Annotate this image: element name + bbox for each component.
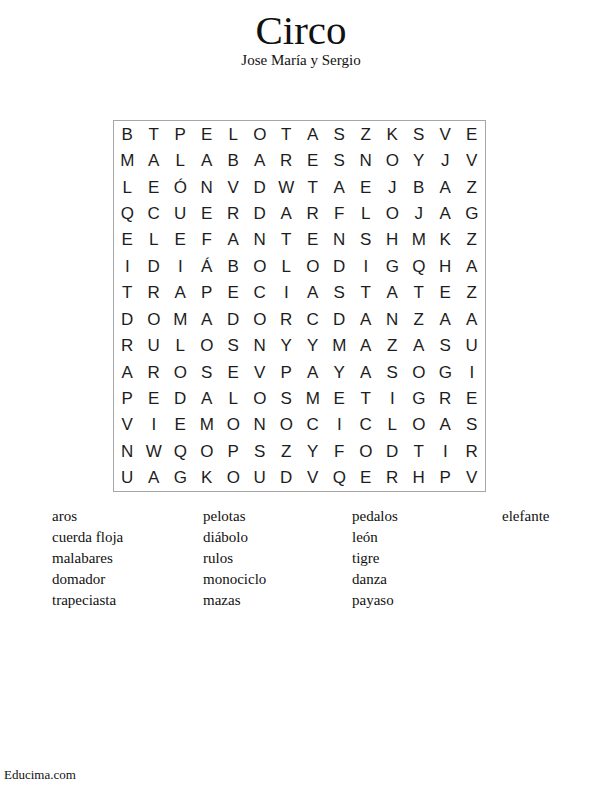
grid-cell[interactable]: O (167, 359, 194, 385)
grid-cell[interactable]: E (114, 227, 141, 253)
grid-cell[interactable]: O (406, 412, 433, 438)
grid-cell[interactable]: L (379, 412, 406, 438)
grid-cell[interactable]: L (141, 227, 168, 253)
grid-cell[interactable]: O (379, 200, 406, 226)
grid-cell[interactable]: S (326, 121, 353, 147)
grid-cell[interactable]: O (247, 121, 274, 147)
grid-cell[interactable]: B (220, 147, 247, 173)
grid-cell[interactable]: W (273, 174, 300, 200)
grid-cell[interactable]: E (459, 385, 486, 411)
grid-cell[interactable]: F (326, 200, 353, 226)
grid-cell[interactable]: A (194, 306, 221, 332)
grid-cell[interactable]: I (167, 253, 194, 279)
grid-cell[interactable]: O (353, 438, 380, 464)
grid-cell[interactable]: E (300, 147, 327, 173)
grid-cell[interactable]: G (406, 385, 433, 411)
grid-cell[interactable]: E (194, 200, 221, 226)
grid-cell[interactable]: R (220, 200, 247, 226)
grid-cell[interactable]: N (379, 306, 406, 332)
grid-cell[interactable]: D (273, 465, 300, 491)
grid-cell[interactable]: Ó (167, 174, 194, 200)
grid-cell[interactable]: A (167, 280, 194, 306)
grid-cell[interactable]: Z (459, 227, 486, 253)
grid-cell[interactable]: E (353, 174, 380, 200)
grid-cell[interactable]: Z (353, 121, 380, 147)
grid-cell[interactable]: D (247, 174, 274, 200)
grid-cell[interactable]: S (406, 121, 433, 147)
grid-cell[interactable]: N (247, 412, 274, 438)
grid-cell[interactable]: A (432, 306, 459, 332)
wordsearch-grid: BTPELOTASZKSVEMALABARESNOYJVLEÓNVDWTAEJB… (113, 120, 486, 492)
grid-cell[interactable]: M (114, 147, 141, 173)
grid-cell[interactable]: E (167, 412, 194, 438)
grid-cell[interactable]: P (432, 465, 459, 491)
grid-cell[interactable]: O (247, 306, 274, 332)
grid-cell[interactable]: K (432, 227, 459, 253)
grid-cell[interactable]: T (406, 438, 433, 464)
grid-cell[interactable]: C (141, 200, 168, 226)
grid-cell[interactable]: Q (167, 438, 194, 464)
word-list-item: domador (52, 569, 123, 590)
page-subtitle: Jose María y Sergio (0, 52, 602, 69)
grid-cell[interactable]: Á (194, 253, 221, 279)
grid-cell[interactable]: Q (326, 465, 353, 491)
grid-cell[interactable]: R (300, 200, 327, 226)
grid-cell[interactable]: Y (300, 438, 327, 464)
grid-cell[interactable]: I (432, 438, 459, 464)
grid-cell[interactable]: A (300, 121, 327, 147)
grid-cell[interactable]: Y (326, 359, 353, 385)
grid-cell[interactable]: B (220, 253, 247, 279)
grid-cell[interactable]: I (326, 412, 353, 438)
grid-cell[interactable]: O (141, 306, 168, 332)
grid-cell[interactable]: S (273, 385, 300, 411)
grid-cell[interactable]: H (406, 465, 433, 491)
grid-cell[interactable]: L (273, 253, 300, 279)
grid-cell[interactable]: P (167, 121, 194, 147)
word-list-column: pedalosleóntigredanzapayaso (352, 506, 398, 611)
grid-cell[interactable]: E (326, 385, 353, 411)
grid-cell[interactable]: A (114, 359, 141, 385)
grid-cell[interactable]: A (406, 332, 433, 358)
grid-cell[interactable]: T (273, 121, 300, 147)
grid-cell[interactable]: E (353, 465, 380, 491)
grid-cell[interactable]: D (379, 438, 406, 464)
grid-cell[interactable]: T (353, 385, 380, 411)
grid-cell[interactable]: A (459, 306, 486, 332)
grid-cell[interactable]: V (247, 359, 274, 385)
grid-cell[interactable]: A (432, 412, 459, 438)
grid-cell[interactable]: V (300, 465, 327, 491)
word-list-item: elefante (502, 506, 549, 527)
grid-cell[interactable]: E (167, 227, 194, 253)
word-list-item: diábolo (203, 527, 266, 548)
grid-cell[interactable]: U (167, 200, 194, 226)
grid-cell[interactable]: T (406, 280, 433, 306)
grid-cell[interactable]: F (194, 227, 221, 253)
grid-cell[interactable]: S (326, 147, 353, 173)
grid-cell[interactable]: P (220, 438, 247, 464)
grid-cell[interactable]: A (273, 200, 300, 226)
grid-cell[interactable]: D (326, 306, 353, 332)
grid-cell[interactable]: S (432, 332, 459, 358)
word-list-item: aros (52, 506, 123, 527)
grid-cell[interactable]: A (353, 306, 380, 332)
grid-cell[interactable]: O (300, 253, 327, 279)
grid-cell[interactable]: E (194, 121, 221, 147)
grid-cell[interactable]: O (247, 385, 274, 411)
grid-cell[interactable]: U (141, 332, 168, 358)
grid-cell[interactable]: C (300, 412, 327, 438)
grid-cell[interactable]: S (379, 359, 406, 385)
grid-cell[interactable]: O (379, 147, 406, 173)
grid-cell[interactable]: D (167, 385, 194, 411)
grid-cell[interactable]: D (141, 253, 168, 279)
word-list-item: malabares (52, 548, 123, 569)
grid-cell[interactable]: R (459, 438, 486, 464)
word-list-item: pelotas (203, 506, 266, 527)
grid-cell[interactable]: F (326, 438, 353, 464)
grid-cell[interactable]: T (141, 121, 168, 147)
grid-cell[interactable]: Z (379, 332, 406, 358)
grid-cell[interactable]: K (379, 121, 406, 147)
grid-cell[interactable]: M (300, 385, 327, 411)
grid-cell[interactable]: E (432, 280, 459, 306)
grid-cell[interactable]: K (194, 465, 221, 491)
grid-cell[interactable]: G (459, 200, 486, 226)
grid-cell[interactable]: S (353, 227, 380, 253)
word-list-item: payaso (352, 590, 398, 611)
grid-cell[interactable]: A (300, 280, 327, 306)
grid-cell[interactable]: C (300, 306, 327, 332)
word-list-item: danza (352, 569, 398, 590)
grid-cell[interactable]: R (114, 332, 141, 358)
grid-cell[interactable]: N (247, 332, 274, 358)
grid-cell[interactable]: S (220, 332, 247, 358)
grid-cell[interactable]: E (141, 174, 168, 200)
grid-cell[interactable]: H (379, 227, 406, 253)
grid-cell[interactable]: L (220, 121, 247, 147)
grid-cell[interactable]: I (459, 359, 486, 385)
grid-cell[interactable]: N (353, 147, 380, 173)
word-list-item: león (352, 527, 398, 548)
grid-cell[interactable]: I (379, 385, 406, 411)
grid-cell[interactable]: T (353, 280, 380, 306)
grid-cell[interactable]: R (141, 359, 168, 385)
grid-cell[interactable]: Z (406, 306, 433, 332)
grid-cell[interactable]: W (141, 438, 168, 464)
grid-cell[interactable]: A (432, 174, 459, 200)
grid-cell[interactable]: Y (406, 147, 433, 173)
grid-cell[interactable]: E (459, 121, 486, 147)
grid-cell[interactable]: D (220, 306, 247, 332)
grid-cell[interactable]: D (114, 306, 141, 332)
grid-cell[interactable]: P (194, 280, 221, 306)
grid-cell[interactable]: O (220, 465, 247, 491)
grid-cell[interactable]: Y (300, 332, 327, 358)
word-list-item: mazas (203, 590, 266, 611)
grid-cell[interactable]: Z (459, 174, 486, 200)
grid-cell[interactable]: O (406, 359, 433, 385)
grid-cell[interactable]: E (141, 385, 168, 411)
grid-cell[interactable]: A (432, 200, 459, 226)
grid-cell[interactable]: A (353, 332, 380, 358)
grid-cell[interactable]: V (220, 174, 247, 200)
word-list-column: aroscuerda flojamalabaresdomadortrapecia… (52, 506, 123, 611)
grid-cell[interactable]: N (194, 174, 221, 200)
grid-cell[interactable]: L (220, 385, 247, 411)
grid-cell[interactable]: A (459, 253, 486, 279)
grid-cell[interactable]: M (406, 227, 433, 253)
grid-cell[interactable]: T (273, 227, 300, 253)
grid-cell[interactable]: L (167, 332, 194, 358)
grid-cell[interactable]: S (326, 280, 353, 306)
grid-cell[interactable]: B (114, 121, 141, 147)
grid-cell[interactable]: L (353, 200, 380, 226)
grid-cell[interactable]: O (273, 412, 300, 438)
page-title: Circo (0, 6, 602, 54)
word-list-item: monociclo (203, 569, 266, 590)
grid-cell[interactable]: R (432, 385, 459, 411)
grid-cell[interactable]: V (459, 147, 486, 173)
word-list-item: pedalos (352, 506, 398, 527)
grid-cell[interactable]: T (114, 280, 141, 306)
grid-cell[interactable]: S (194, 359, 221, 385)
grid-cell[interactable]: E (300, 227, 327, 253)
grid-cell[interactable]: G (379, 253, 406, 279)
grid-cell[interactable]: A (141, 465, 168, 491)
grid-cell[interactable]: A (194, 147, 221, 173)
grid-cell[interactable]: P (273, 359, 300, 385)
grid-cell[interactable]: J (379, 174, 406, 200)
grid-cell[interactable]: R (273, 147, 300, 173)
grid-cell[interactable]: A (300, 359, 327, 385)
grid-cell[interactable]: B (406, 174, 433, 200)
word-list-item: cuerda floja (52, 527, 123, 548)
word-list-column: elefante (502, 506, 549, 527)
grid-cell[interactable]: M (194, 412, 221, 438)
grid-cell[interactable]: E (220, 359, 247, 385)
word-list: aroscuerda flojamalabaresdomadortrapecia… (0, 506, 602, 616)
grid-cell[interactable]: A (379, 280, 406, 306)
grid-cell[interactable]: A (247, 147, 274, 173)
grid-cell[interactable]: R (141, 280, 168, 306)
word-list-item: tigre (352, 548, 398, 569)
grid-cell[interactable]: O (247, 253, 274, 279)
grid-cell[interactable]: D (247, 200, 274, 226)
grid-cell[interactable]: S (247, 438, 274, 464)
worksheet-page: Circo Jose María y Sergio BTPELOTASZKSVE… (0, 0, 602, 788)
grid-cell[interactable]: Z (459, 280, 486, 306)
grid-cell[interactable]: J (432, 147, 459, 173)
grid-cell[interactable]: V (114, 412, 141, 438)
grid-cell[interactable]: Q (114, 200, 141, 226)
grid-cell[interactable]: N (326, 227, 353, 253)
grid-cell[interactable]: V (459, 465, 486, 491)
grid-cell[interactable]: V (432, 121, 459, 147)
grid-cell[interactable]: M (326, 332, 353, 358)
grid-cell[interactable]: N (114, 438, 141, 464)
grid-cell[interactable]: S (459, 412, 486, 438)
grid-cell[interactable]: R (379, 465, 406, 491)
grid-cell[interactable]: O (220, 412, 247, 438)
word-list-column: pelotasdiábolorulosmonociclomazas (203, 506, 266, 611)
word-list-item: trapeciasta (52, 590, 123, 611)
grid-cell[interactable]: C (353, 412, 380, 438)
grid-cell[interactable]: L (167, 147, 194, 173)
grid-cell[interactable]: T (300, 174, 327, 200)
footer-brand: Educima.com (4, 767, 76, 783)
grid-cell[interactable]: G (432, 359, 459, 385)
grid-cell[interactable]: I (353, 253, 380, 279)
grid-cell[interactable]: P (114, 385, 141, 411)
grid-cell[interactable]: O (194, 332, 221, 358)
grid-cell[interactable]: G (167, 465, 194, 491)
grid-cell[interactable]: U (114, 465, 141, 491)
grid-cell[interactable]: M (167, 306, 194, 332)
grid-cell[interactable]: I (273, 280, 300, 306)
grid-cell[interactable]: A (194, 385, 221, 411)
grid-cell[interactable]: E (220, 280, 247, 306)
grid-cell[interactable]: A (220, 227, 247, 253)
grid-cell[interactable]: A (353, 359, 380, 385)
grid-cell[interactable]: A (326, 174, 353, 200)
grid-cell[interactable]: J (406, 200, 433, 226)
grid-cell[interactable]: D (326, 253, 353, 279)
grid-cell[interactable]: Y (273, 332, 300, 358)
grid-cell[interactable]: Z (273, 438, 300, 464)
grid-cell[interactable]: H (432, 253, 459, 279)
grid-cell[interactable]: U (459, 332, 486, 358)
grid-cell[interactable]: U (247, 465, 274, 491)
grid-cell[interactable]: I (114, 253, 141, 279)
grid-cell[interactable]: Q (406, 253, 433, 279)
grid-cell[interactable]: R (273, 306, 300, 332)
grid-cell[interactable]: L (114, 174, 141, 200)
grid-cell[interactable]: O (194, 438, 221, 464)
grid-cell[interactable]: N (247, 227, 274, 253)
grid-cell[interactable]: I (141, 412, 168, 438)
grid-cell[interactable]: A (141, 147, 168, 173)
word-list-item: rulos (203, 548, 266, 569)
grid-cell[interactable]: C (247, 280, 274, 306)
